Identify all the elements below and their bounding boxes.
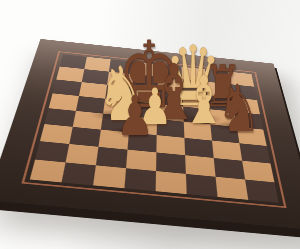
board-square	[124, 168, 156, 191]
board-square	[156, 171, 187, 194]
board-grid	[30, 54, 279, 202]
board-square	[186, 174, 218, 197]
chess-board	[0, 39, 300, 231]
product-photo: ♚♛♜♞♝♝♟♞♟	[0, 0, 300, 249]
board-square	[216, 177, 249, 200]
board-square	[245, 180, 279, 203]
board-square	[30, 160, 66, 183]
board-square	[62, 162, 96, 185]
board-pinstripe	[21, 51, 286, 208]
board-square	[93, 165, 126, 188]
